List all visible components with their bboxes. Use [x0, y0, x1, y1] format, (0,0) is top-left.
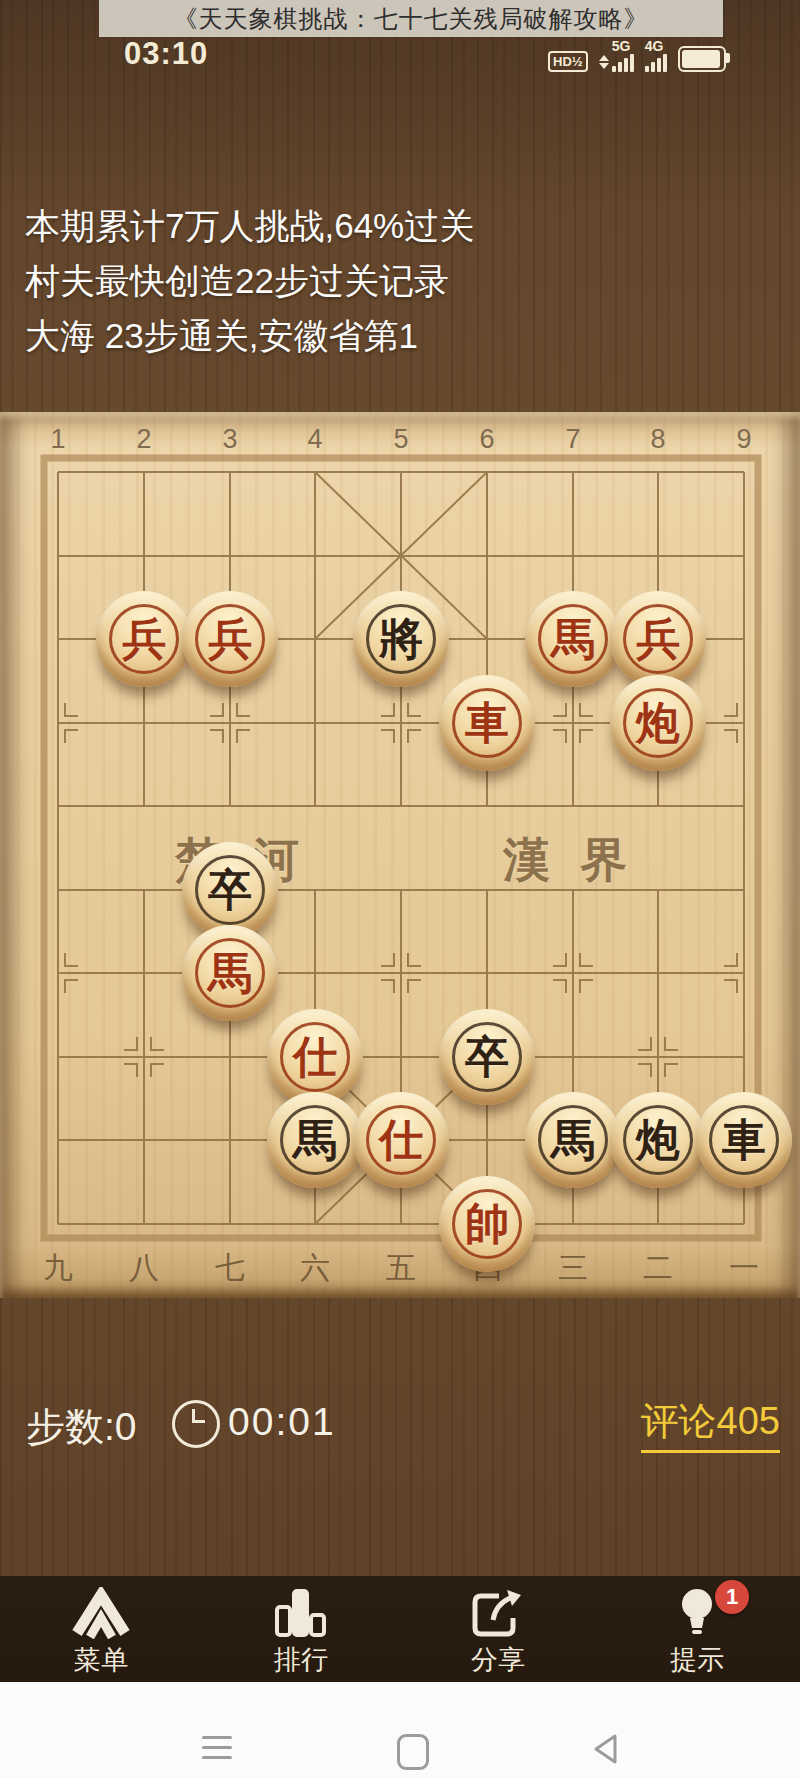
- file-label-bottom: 七: [208, 1248, 252, 1289]
- stats-line-3: 大海 23步通关,安徽省第1: [25, 308, 474, 363]
- share-icon: [428, 1586, 568, 1640]
- nav-ranking-button[interactable]: 排行: [231, 1586, 371, 1678]
- file-label-bottom: 六: [293, 1248, 337, 1289]
- piece-red-general[interactable]: 帥: [439, 1176, 535, 1272]
- piece-black-soldier[interactable]: 卒: [182, 842, 278, 938]
- data-arrows-icon: [599, 55, 609, 69]
- hint-badge: 1: [715, 1580, 749, 1614]
- stats-line-2: 村夫最快创造22步过关记录: [25, 253, 474, 308]
- file-label-bottom: 九: [36, 1248, 80, 1289]
- file-label-bottom: 三: [551, 1248, 595, 1289]
- piece-red-cannon[interactable]: 炮: [610, 675, 706, 771]
- video-caption-bar: 《天天象棋挑战：七十七关残局破解攻略》: [99, 0, 723, 37]
- game-hud: 步数:0 00:01 评论405: [0, 1392, 800, 1462]
- signal-5g-icon: 5G: [599, 40, 634, 72]
- piece-red-soldier[interactable]: 兵: [182, 591, 278, 687]
- battery-icon: [678, 46, 726, 72]
- timer-value: 00:01: [228, 1400, 336, 1444]
- piece-black-horse[interactable]: 馬: [525, 1092, 621, 1188]
- android-home-button[interactable]: [397, 1734, 429, 1770]
- piece-red-advisor[interactable]: 仕: [267, 1009, 363, 1105]
- stats-line-1: 本期累计7万人挑战,64%过关: [25, 198, 474, 253]
- status-icons: HD½ 5G 4G: [548, 40, 726, 72]
- piece-red-chariot[interactable]: 車: [439, 675, 535, 771]
- piece-black-chariot[interactable]: 車: [696, 1092, 792, 1188]
- file-label-bottom: 二: [636, 1248, 680, 1289]
- file-label-bottom: 八: [122, 1248, 166, 1289]
- step-counter: 步数:0: [26, 1400, 137, 1454]
- app-screen: 《天天象棋挑战：七十七关残局破解攻略》 03:10 HD½ 5G 4G 本期累计…: [0, 0, 800, 1778]
- ranking-bars-icon: [231, 1586, 371, 1640]
- android-menu-button[interactable]: [202, 1736, 232, 1766]
- file-label-bottom: 五: [379, 1248, 423, 1289]
- piece-red-soldier[interactable]: 兵: [96, 591, 192, 687]
- menu-up-icon: [31, 1586, 171, 1640]
- page-title: 《天天象棋挑战：七十七关残局破解攻略》: [174, 3, 649, 35]
- piece-red-horse[interactable]: 馬: [182, 925, 278, 1021]
- piece-red-soldier[interactable]: 兵: [610, 591, 706, 687]
- comments-link[interactable]: 评论405: [641, 1396, 780, 1453]
- hd-voice-icon: HD½: [548, 51, 588, 72]
- android-back-button[interactable]: [590, 1732, 620, 1770]
- piece-red-horse[interactable]: 馬: [525, 591, 621, 687]
- piece-black-soldier[interactable]: 卒: [439, 1009, 535, 1105]
- nav-label: 排行: [231, 1642, 371, 1678]
- timer-clock-icon: [172, 1400, 220, 1448]
- bottom-nav: 菜单 排行 分享: [0, 1576, 800, 1682]
- signal-4g-icon: 4G: [645, 40, 667, 72]
- nav-label: 分享: [428, 1642, 568, 1678]
- nav-share-button[interactable]: 分享: [428, 1586, 568, 1678]
- nav-menu-button[interactable]: 菜单: [31, 1586, 171, 1678]
- nav-label: 提示: [627, 1642, 767, 1678]
- piece-red-advisor[interactable]: 仕: [353, 1092, 449, 1188]
- file-label-bottom: 一: [722, 1248, 766, 1289]
- river-label-right: 漢界: [503, 829, 657, 892]
- nav-hint-button[interactable]: 1 提示: [627, 1586, 767, 1678]
- nav-label: 菜单: [31, 1642, 171, 1678]
- status-time: 03:10: [124, 36, 208, 72]
- piece-black-horse[interactable]: 馬: [267, 1092, 363, 1188]
- piece-black-cannon[interactable]: 炮: [610, 1092, 706, 1188]
- challenge-stats: 本期累计7万人挑战,64%过关 村夫最快创造22步过关记录 大海 23步通关,安…: [25, 198, 474, 363]
- piece-black-general[interactable]: 將: [353, 591, 449, 687]
